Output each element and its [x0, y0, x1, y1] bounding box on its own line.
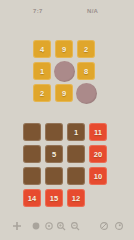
zoom-out-icon[interactable]	[70, 221, 80, 231]
cell-number: 20	[94, 150, 102, 159]
status-label: N/A	[87, 7, 98, 15]
sum-tile: 15	[45, 189, 63, 207]
cell-number: 10	[94, 172, 102, 181]
hidden-tile[interactable]	[23, 145, 41, 163]
hidden-tile[interactable]	[23, 123, 41, 141]
cell-number: 2	[40, 89, 44, 98]
bottom-sum-grid: 11152010141512	[23, 123, 107, 207]
hidden-circle-piece[interactable]	[54, 61, 75, 82]
zoom-in-icon[interactable]	[56, 221, 66, 231]
sum-tile: 10	[89, 167, 107, 185]
cell-number: 11	[94, 128, 102, 137]
hidden-tile[interactable]	[67, 167, 85, 185]
hidden-tile[interactable]: 1	[67, 123, 85, 141]
cell-number: 14	[28, 194, 36, 203]
hidden-tile[interactable]	[23, 167, 41, 185]
circle-cell	[55, 62, 73, 80]
box-zoom-icon[interactable]	[44, 221, 54, 231]
cell-number: 4	[40, 45, 44, 54]
number-tile[interactable]: 9	[55, 84, 73, 102]
hidden-circle-piece[interactable]	[76, 83, 97, 104]
cell-number: 12	[72, 194, 80, 203]
sum-tile: 20	[89, 145, 107, 163]
help-icon[interactable]	[114, 221, 124, 231]
cell-number: 1	[74, 128, 78, 137]
hidden-tile[interactable]: 5	[45, 145, 63, 163]
cell-number: 9	[62, 89, 66, 98]
number-tile[interactable]: 8	[77, 62, 95, 80]
number-tile[interactable]: 2	[33, 84, 51, 102]
pan-icon[interactable]	[12, 221, 22, 231]
hidden-tile[interactable]	[45, 167, 63, 185]
number-tile[interactable]: 1	[33, 62, 51, 80]
sum-tile: 12	[67, 189, 85, 207]
circle-cell	[77, 84, 95, 102]
cell-number: 5	[52, 150, 56, 159]
cell-number: 2	[84, 45, 88, 54]
dot-icon[interactable]	[31, 221, 41, 231]
sum-tile: 11	[89, 123, 107, 141]
number-tile[interactable]: 2	[77, 40, 95, 58]
empty-cell	[89, 189, 107, 207]
cell-number: 8	[84, 67, 88, 76]
number-tile[interactable]: 4	[33, 40, 51, 58]
puzzle-app: 7:7 N/A 4921829 11152010141512	[0, 0, 134, 240]
sum-tile: 14	[23, 189, 41, 207]
cell-number: 15	[50, 194, 58, 203]
hidden-tile[interactable]	[67, 145, 85, 163]
cell-number: 9	[62, 45, 66, 54]
hidden-tile[interactable]	[45, 123, 63, 141]
toolbar	[0, 221, 134, 233]
number-tile[interactable]: 9	[55, 40, 73, 58]
top-puzzle-grid: 4921829	[33, 40, 95, 102]
reset-icon[interactable]	[99, 221, 109, 231]
cell-number: 1	[40, 67, 44, 76]
score-label: 7:7	[33, 7, 43, 15]
